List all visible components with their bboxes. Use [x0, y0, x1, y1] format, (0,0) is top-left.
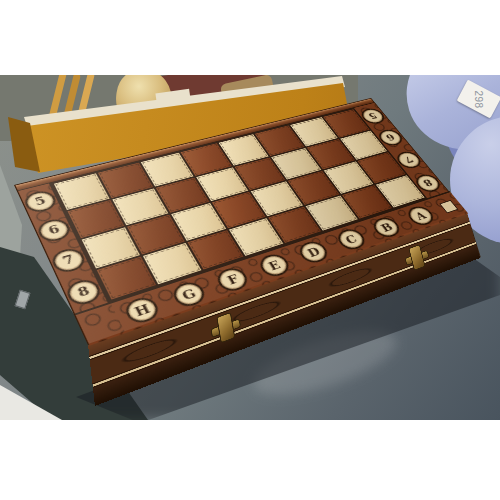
- corner-inlay: [439, 200, 458, 213]
- file-label: C: [336, 229, 366, 251]
- rank-label: 8: [66, 279, 100, 305]
- file-label: B: [372, 217, 401, 238]
- file-label: G: [172, 282, 205, 308]
- photo: 298 5678 5678 HGFEDCBA: [0, 75, 500, 420]
- clasp-plate: [216, 312, 235, 343]
- file-label: F: [216, 267, 248, 292]
- clasp-plate: [408, 244, 425, 271]
- rank-label: 7: [52, 248, 86, 273]
- file-label: E: [259, 254, 291, 278]
- file-label: D: [298, 241, 329, 264]
- file-label: H: [125, 297, 159, 324]
- tag-number: 298: [474, 90, 485, 108]
- file-label: A: [406, 206, 434, 226]
- rank-label: 6: [38, 218, 71, 241]
- rank-label: 5: [24, 190, 56, 212]
